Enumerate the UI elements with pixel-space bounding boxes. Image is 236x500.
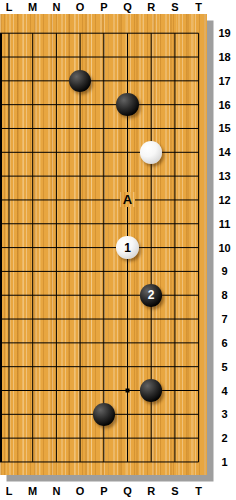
column-label-bottom-M: M	[23, 484, 43, 498]
black-stone-P3[interactable]	[93, 403, 116, 426]
row-label-15: 15	[214, 121, 236, 135]
row-label-9: 9	[214, 264, 236, 278]
column-label-top-Q: Q	[118, 0, 138, 14]
row-label-13: 13	[214, 169, 236, 183]
row-label-1: 1	[214, 455, 236, 469]
row-label-10: 10	[214, 241, 236, 255]
column-label-top-P: P	[94, 0, 114, 14]
row-label-3: 3	[214, 407, 236, 421]
move-number-label: 1	[124, 242, 131, 254]
column-label-top-O: O	[70, 0, 90, 14]
column-label-bottom-P: P	[94, 484, 114, 498]
column-label-bottom-N: N	[46, 484, 66, 498]
column-label-bottom-S: S	[165, 484, 185, 498]
row-label-14: 14	[214, 145, 236, 159]
column-label-top-R: R	[141, 0, 161, 14]
column-label-top-M: M	[23, 0, 43, 14]
black-stone-R8-move-2[interactable]: 2	[140, 284, 163, 307]
black-stone-R4[interactable]	[140, 379, 163, 402]
go-diagram-viewer: LMNOPQRST A12 19181716151413121110987654…	[0, 0, 236, 500]
row-label-6: 6	[214, 336, 236, 350]
column-label-top-L: L	[0, 0, 19, 14]
column-label-bottom-T: T	[189, 484, 209, 498]
black-stone-Q16[interactable]	[116, 93, 139, 116]
row-label-17: 17	[214, 74, 236, 88]
column-label-top-T: T	[189, 0, 209, 14]
column-label-top-N: N	[46, 0, 66, 14]
row-label-18: 18	[214, 50, 236, 64]
column-label-bottom-L: L	[0, 484, 19, 498]
row-label-16: 16	[214, 98, 236, 112]
go-board[interactable]: A12	[0, 14, 207, 475]
hoshi-point-Q4	[126, 389, 130, 393]
row-label-8: 8	[214, 288, 236, 302]
row-label-7: 7	[214, 312, 236, 326]
white-stone-R14[interactable]	[140, 141, 163, 164]
row-label-2: 2	[214, 431, 236, 445]
row-label-11: 11	[214, 217, 236, 231]
row-label-12: 12	[214, 193, 236, 207]
row-label-4: 4	[214, 384, 236, 398]
letter-label-A-Q12: A	[120, 192, 135, 207]
column-label-bottom-Q: Q	[118, 484, 138, 498]
column-label-bottom-R: R	[141, 484, 161, 498]
column-label-top-S: S	[165, 0, 185, 14]
row-label-5: 5	[214, 360, 236, 374]
column-label-bottom-O: O	[70, 484, 90, 498]
row-label-19: 19	[214, 26, 236, 40]
white-stone-Q10-move-1[interactable]: 1	[116, 236, 139, 259]
move-number-label: 2	[148, 289, 155, 301]
